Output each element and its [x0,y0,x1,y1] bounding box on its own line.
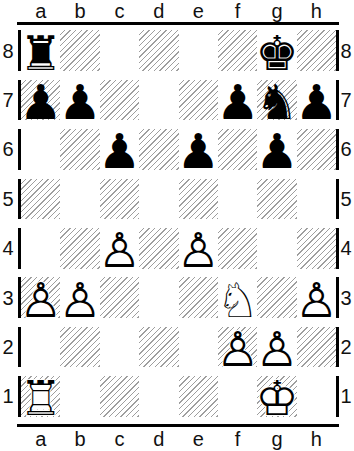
square-f2[interactable]: ♟♙ [218,322,257,371]
file-label-b: b [60,0,99,22]
dark-square-hatch [218,30,257,71]
board-edge-segment-right [336,277,339,318]
square-e3[interactable] [179,273,218,322]
square-h2[interactable] [297,322,336,371]
piece-white-pawn[interactable]: ♟♙ [21,275,60,324]
rank-label-right-4: 4 [338,224,354,273]
square-b2[interactable] [60,322,99,371]
square-c4[interactable]: ♟♙ [100,224,139,273]
square-g1[interactable]: ♚♔ [257,372,296,421]
dark-square-hatch [179,80,218,121]
board: ♜♚♟♟♟♞♟♟♟♟♟♙♟♙♟♙♟♙♞♘♟♙♟♙♟♙♜♖♚♔ [21,26,336,421]
piece-black-knight[interactable]: ♞ [257,77,296,126]
dark-square-hatch [218,228,257,269]
rank-label-left-4: 4 [0,224,16,273]
square-d8[interactable] [139,26,178,75]
square-b3[interactable]: ♟♙ [60,273,99,322]
board-edge-segment-left [18,179,21,220]
file-label-c: c [100,0,139,22]
square-g8[interactable]: ♚ [257,26,296,75]
board-edge-segment-left [18,327,21,368]
dark-square-hatch [297,30,336,71]
file-label-d: d [139,0,178,22]
square-c1[interactable] [100,372,139,421]
square-f5[interactable] [218,174,257,223]
dark-square-hatch [139,30,178,71]
square-h3[interactable]: ♟♙ [297,273,336,322]
file-label-g: g [257,428,296,450]
piece-black-king[interactable]: ♚ [257,28,296,77]
square-e4[interactable]: ♟♙ [179,224,218,273]
rank-label-right-1: 1 [338,372,354,421]
piece-white-outline: ♙ [179,226,218,275]
square-b1[interactable] [60,372,99,421]
board-edge-segment-left [18,80,21,121]
piece-white-rook[interactable]: ♜♖ [21,374,60,423]
piece-white-knight[interactable]: ♞♘ [218,275,257,324]
square-b6[interactable] [60,125,99,174]
board-edge-segment-left [18,376,21,417]
dark-square-hatch [218,129,257,170]
board-edge-segment-left [18,277,21,318]
piece-black-pawn[interactable]: ♟ [218,77,257,126]
board-edge-segment-right [336,179,339,220]
square-e1[interactable] [179,372,218,421]
piece-black-rook[interactable]: ♜ [21,28,60,77]
board-edge-segment-right [336,80,339,121]
file-label-e: e [179,0,218,22]
square-c3[interactable] [100,273,139,322]
square-a3[interactable]: ♟♙ [21,273,60,322]
square-f4[interactable] [218,224,257,273]
board-edge-segment-left [18,30,21,71]
square-b5[interactable] [60,174,99,223]
square-d2[interactable] [139,322,178,371]
square-a8[interactable]: ♜ [21,26,60,75]
file-labels-bottom: abcdefgh [21,428,337,450]
dark-square-hatch [297,228,336,269]
dark-square-hatch [179,179,218,220]
dark-square-hatch [100,376,139,417]
square-d4[interactable] [139,224,178,273]
rank-label-left-5: 5 [0,174,16,223]
square-e2[interactable] [179,322,218,371]
dark-square-hatch [100,277,139,318]
square-h5[interactable] [297,174,336,223]
square-f1[interactable] [218,372,257,421]
board-bottom-border [17,424,339,427]
square-h1[interactable] [297,372,336,421]
file-label-g: g [257,0,296,22]
dark-square-hatch [60,129,99,170]
dark-square-hatch [100,179,139,220]
square-h7[interactable]: ♟ [297,75,336,124]
piece-white-outline: ♖ [21,374,60,423]
square-d7[interactable] [139,75,178,124]
rank-label-right-5: 5 [338,174,354,223]
square-a6[interactable] [21,125,60,174]
file-label-f: f [218,0,257,22]
square-e6[interactable]: ♟ [179,125,218,174]
square-g3[interactable] [257,273,296,322]
rank-label-left-8: 8 [0,26,16,75]
dark-square-hatch [21,179,60,220]
square-g6[interactable]: ♟ [257,125,296,174]
square-c2[interactable] [100,322,139,371]
board-edge-segment-right [336,129,339,170]
piece-white-pawn[interactable]: ♟♙ [179,226,218,275]
square-h6[interactable] [297,125,336,174]
square-e7[interactable] [179,75,218,124]
square-b8[interactable] [60,26,99,75]
piece-white-outline: ♙ [297,275,336,324]
board-edge-segment-left [18,228,21,269]
piece-white-outline: ♙ [218,324,257,373]
rank-label-left-1: 1 [0,372,16,421]
dark-square-hatch [139,327,178,368]
rank-label-left-7: 7 [0,75,16,124]
file-label-c: c [100,428,139,450]
square-f3[interactable]: ♞♘ [218,273,257,322]
piece-black-pawn[interactable]: ♟ [297,77,336,126]
piece-white-pawn[interactable]: ♟♙ [100,226,139,275]
board-edge-segment-left [18,129,21,170]
board-edge-segment-right [336,376,339,417]
file-label-a: a [21,428,60,450]
file-label-f: f [218,428,257,450]
board-edge-segment-right [336,30,339,71]
piece-white-outline: ♙ [60,275,99,324]
square-d6[interactable] [139,125,178,174]
file-labels-top: abcdefgh [21,0,337,22]
square-h8[interactable] [297,26,336,75]
square-a1[interactable]: ♜♖ [21,372,60,421]
piece-black-pawn[interactable]: ♟ [60,77,99,126]
dark-square-hatch [179,376,218,417]
square-b4[interactable] [60,224,99,273]
square-g5[interactable] [257,174,296,223]
square-e8[interactable] [179,26,218,75]
square-g7[interactable]: ♞ [257,75,296,124]
piece-white-king[interactable]: ♚♔ [257,374,296,423]
dark-square-hatch [139,228,178,269]
piece-white-outline: ♙ [257,324,296,373]
piece-white-pawn[interactable]: ♟♙ [60,275,99,324]
square-g4[interactable] [257,224,296,273]
dark-square-hatch [60,228,99,269]
square-b7[interactable]: ♟ [60,75,99,124]
square-h4[interactable] [297,224,336,273]
square-c6[interactable]: ♟ [100,125,139,174]
square-d3[interactable] [139,273,178,322]
rank-label-left-6: 6 [0,125,16,174]
square-c5[interactable] [100,174,139,223]
square-a2[interactable] [21,322,60,371]
piece-white-pawn[interactable]: ♟♙ [257,324,296,373]
piece-white-pawn[interactable]: ♟♙ [218,324,257,373]
dark-square-hatch [60,327,99,368]
dark-square-hatch [179,277,218,318]
square-f6[interactable] [218,125,257,174]
dark-square-hatch [100,80,139,121]
piece-white-pawn[interactable]: ♟♙ [297,275,336,324]
file-label-e: e [179,428,218,450]
rank-label-right-7: 7 [338,75,354,124]
rank-label-left-2: 2 [0,322,16,371]
square-f8[interactable] [218,26,257,75]
file-label-h: h [297,0,336,22]
rank-label-right-2: 2 [338,322,354,371]
rank-label-right-8: 8 [338,26,354,75]
piece-black-pawn[interactable]: ♟ [179,127,218,176]
piece-white-outline: ♘ [218,275,257,324]
dark-square-hatch [257,277,296,318]
square-a5[interactable] [21,174,60,223]
dark-square-hatch [257,179,296,220]
board-edge-segment-right [336,228,339,269]
square-d1[interactable] [139,372,178,421]
file-label-b: b [60,428,99,450]
dark-square-hatch [297,327,336,368]
board-edge-segment-right [336,327,339,368]
square-g2[interactable]: ♟♙ [257,322,296,371]
piece-black-pawn[interactable]: ♟ [257,127,296,176]
square-f7[interactable]: ♟ [218,75,257,124]
piece-white-outline: ♔ [257,374,296,423]
rank-label-right-3: 3 [338,273,354,322]
square-d5[interactable] [139,174,178,223]
square-c7[interactable] [100,75,139,124]
piece-black-pawn[interactable]: ♟ [100,127,139,176]
file-label-h: h [297,428,336,450]
piece-white-outline: ♙ [21,275,60,324]
file-label-a: a [21,0,60,22]
square-a4[interactable] [21,224,60,273]
square-a7[interactable]: ♟ [21,75,60,124]
rank-label-left-3: 3 [0,273,16,322]
dark-square-hatch [139,129,178,170]
square-e5[interactable] [179,174,218,223]
chess-diagram: abcdefgh ♜♚♟♟♟♞♟♟♟♟♟♙♟♙♟♙♟♙♞♘♟♙♟♙♟♙♜♖♚♔ … [0,0,354,451]
piece-white-outline: ♙ [100,226,139,275]
rank-label-right-6: 6 [338,125,354,174]
square-c8[interactable] [100,26,139,75]
dark-square-hatch [297,129,336,170]
dark-square-hatch [60,30,99,71]
file-label-d: d [139,428,178,450]
piece-black-pawn[interactable]: ♟ [21,77,60,126]
